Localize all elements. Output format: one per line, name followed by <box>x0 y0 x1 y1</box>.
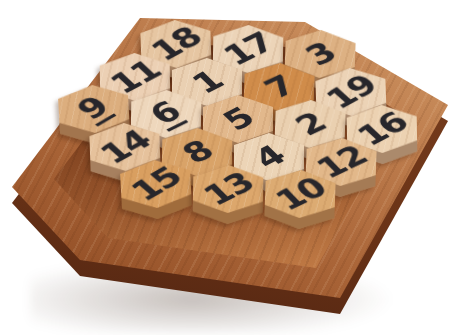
tile-area: 18173111719965216148412151310 <box>0 0 460 335</box>
tile-number: 10 <box>269 173 331 214</box>
tile-number: 9 <box>71 92 117 126</box>
hex-tile-13[interactable]: 13 <box>192 164 263 224</box>
product-photo-scene: 18173111719965216148412151310 <box>0 0 460 335</box>
hex-tile-15[interactable]: 15 <box>120 158 193 221</box>
hex-tile-10[interactable]: 10 <box>264 169 336 230</box>
tile-number: 13 <box>197 168 259 209</box>
tile-number: 15 <box>125 163 187 205</box>
